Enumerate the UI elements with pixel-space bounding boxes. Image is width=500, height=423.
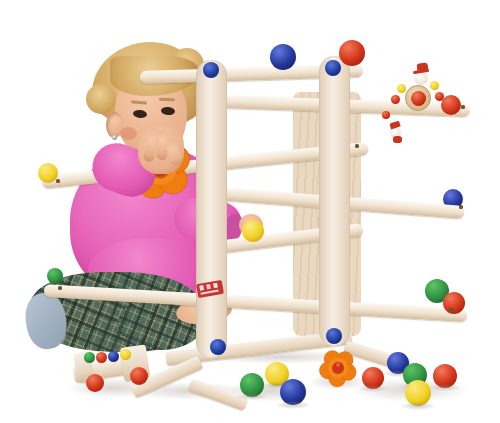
clown-knob-yellow-left (397, 84, 406, 93)
car-bead-blue (108, 351, 119, 362)
cap-post-left-top (203, 62, 219, 78)
ball-top-blue (270, 44, 296, 70)
ball-track6-green-left (47, 268, 63, 284)
brand-sticker-text-line (200, 290, 218, 295)
car-bead-red (96, 352, 107, 363)
clown-knob-red-left (391, 95, 400, 104)
screw-track6-right (449, 308, 452, 311)
screw-track2-right (461, 105, 464, 108)
cap-post-right-bottom (326, 328, 342, 344)
clown-center-red (411, 91, 426, 106)
screw-track4-right (459, 205, 462, 208)
screw-track3-right (355, 144, 358, 147)
cap-post-left-bottom (210, 339, 226, 355)
cap-post-right-top (325, 60, 341, 76)
clown-body-small (393, 136, 402, 143)
ball-floor-yellow-2 (405, 380, 431, 406)
clown-knob-yellow-right (430, 81, 439, 90)
ball-held-yellow (242, 220, 264, 242)
clown-knob-red-lower (382, 111, 390, 119)
ball-floor-red-1 (362, 367, 384, 389)
ball-floor-blue-1 (280, 379, 306, 405)
ball-track6-red-right (443, 292, 465, 314)
product-photo (0, 0, 500, 423)
car-bead-green (84, 352, 95, 363)
post-left (196, 60, 227, 358)
car-wheel-rear (130, 367, 148, 385)
ball-track3-yellow (38, 163, 58, 183)
brand-sticker-figures (199, 285, 204, 291)
post-right (319, 56, 350, 346)
ball-clown-track-red (441, 95, 461, 115)
car-bead-yellow (120, 349, 131, 360)
ball-floor-red-2 (433, 364, 457, 388)
brand-sticker (196, 280, 224, 298)
ball-top-red (339, 40, 365, 66)
clown-knob-red-right (435, 92, 444, 101)
screw-track6-left (58, 286, 61, 289)
car-wheel-front (86, 374, 104, 392)
screw-track3-left (56, 179, 59, 182)
